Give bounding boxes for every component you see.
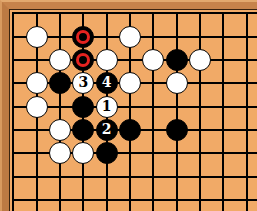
stone-black xyxy=(96,142,118,164)
grid-line-vertical xyxy=(222,12,224,211)
grid-line-vertical xyxy=(152,12,154,211)
move-number-label: 1 xyxy=(102,99,112,113)
stone-black-marked xyxy=(72,49,94,71)
stone-black xyxy=(166,119,188,141)
stone-white xyxy=(189,49,211,71)
stone-white xyxy=(49,49,71,71)
go-board-diagram: 3412 xyxy=(0,0,257,211)
stone-white xyxy=(96,49,118,71)
grid-line-horizontal xyxy=(12,106,257,108)
stone-black-move-4: 4 xyxy=(96,72,118,94)
grid-line-vertical xyxy=(246,12,248,211)
grid-line-horizontal xyxy=(12,12,257,14)
stone-white xyxy=(26,72,48,94)
grid-line-horizontal xyxy=(12,176,257,178)
stone-white-move-3: 3 xyxy=(72,72,94,94)
stone-white xyxy=(26,96,48,118)
stone-white xyxy=(49,119,71,141)
grid-line-horizontal xyxy=(12,199,257,201)
grid-line-vertical xyxy=(59,12,61,211)
stone-white-move-1: 1 xyxy=(96,96,118,118)
stone-white xyxy=(166,72,188,94)
stone-white xyxy=(142,49,164,71)
stone-black xyxy=(72,96,94,118)
stone-black xyxy=(166,49,188,71)
stone-white xyxy=(26,26,48,48)
move-number-label: 3 xyxy=(78,75,88,89)
circle-mark-icon xyxy=(76,30,90,44)
stone-black xyxy=(49,72,71,94)
stone-black xyxy=(72,119,94,141)
stone-black-move-2: 2 xyxy=(96,119,118,141)
stone-black-marked xyxy=(72,26,94,48)
stone-white xyxy=(119,72,141,94)
grid-line-vertical xyxy=(176,12,178,211)
move-number-label: 4 xyxy=(102,75,112,89)
stone-black xyxy=(119,119,141,141)
grid-line-vertical xyxy=(12,12,14,211)
stone-white xyxy=(49,142,71,164)
stone-white xyxy=(119,26,141,48)
grid-line-vertical xyxy=(199,12,201,211)
move-number-label: 2 xyxy=(102,122,112,136)
circle-mark-icon xyxy=(76,53,90,67)
stone-white xyxy=(72,142,94,164)
